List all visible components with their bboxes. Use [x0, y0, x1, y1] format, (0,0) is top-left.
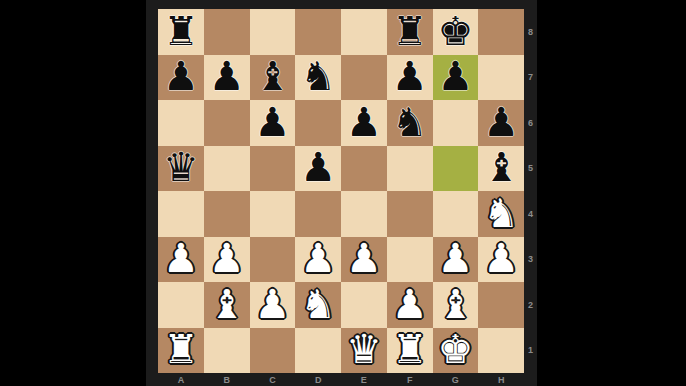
- square-b6[interactable]: [204, 100, 250, 146]
- square-c6[interactable]: ♟: [250, 100, 296, 146]
- file-label-h: H: [478, 373, 524, 386]
- rank-labels: 87654321: [524, 9, 537, 373]
- square-f8[interactable]: ♜: [387, 9, 433, 55]
- file-label-e: E: [341, 373, 387, 386]
- white-pawn: ♟: [209, 238, 245, 278]
- square-e1[interactable]: ♛: [341, 328, 387, 374]
- file-label-d: D: [295, 373, 341, 386]
- black-rook: ♜: [163, 11, 199, 51]
- square-e2[interactable]: [341, 282, 387, 328]
- square-f7[interactable]: ♟: [387, 55, 433, 101]
- file-labels: ABCDEFGH: [158, 373, 524, 386]
- black-queen: ♛: [163, 147, 199, 187]
- file-label-c: C: [250, 373, 296, 386]
- square-b3[interactable]: ♟: [204, 237, 250, 283]
- square-c8[interactable]: [250, 9, 296, 55]
- square-a3[interactable]: ♟: [158, 237, 204, 283]
- white-queen: ♛: [346, 329, 382, 369]
- square-h8[interactable]: [478, 9, 524, 55]
- square-c1[interactable]: [250, 328, 296, 374]
- square-g6[interactable]: [433, 100, 479, 146]
- square-g2[interactable]: ♝: [433, 282, 479, 328]
- rank-label-7: 7: [524, 55, 537, 101]
- square-b5[interactable]: [204, 146, 250, 192]
- square-d6[interactable]: [295, 100, 341, 146]
- rank-label-5: 5: [524, 146, 537, 192]
- black-pawn: ♟: [437, 56, 473, 96]
- square-d3[interactable]: ♟: [295, 237, 341, 283]
- square-f2[interactable]: ♟: [387, 282, 433, 328]
- white-knight: ♞: [300, 284, 336, 324]
- square-b7[interactable]: ♟: [204, 55, 250, 101]
- square-c3[interactable]: [250, 237, 296, 283]
- black-pawn: ♟: [483, 102, 519, 142]
- white-bishop: ♝: [209, 284, 245, 324]
- black-pawn: ♟: [209, 56, 245, 96]
- white-rook: ♜: [392, 329, 428, 369]
- square-f6[interactable]: ♞: [387, 100, 433, 146]
- white-pawn: ♟: [254, 284, 290, 324]
- square-f4[interactable]: [387, 191, 433, 237]
- white-pawn: ♟: [300, 238, 336, 278]
- white-pawn: ♟: [392, 284, 428, 324]
- square-d2[interactable]: ♞: [295, 282, 341, 328]
- rank-label-8: 8: [524, 9, 537, 55]
- square-h6[interactable]: ♟: [478, 100, 524, 146]
- black-pawn: ♟: [300, 147, 336, 187]
- chess-board: ♜♜♚♟♟♝♞♟♟♟♟♞♟♛♟♝♞♟♟♟♟♟♟♝♟♞♟♝♜♛♜♚: [158, 9, 524, 373]
- square-c2[interactable]: ♟: [250, 282, 296, 328]
- square-g5[interactable]: [433, 146, 479, 192]
- square-e6[interactable]: ♟: [341, 100, 387, 146]
- black-pawn: ♟: [392, 56, 428, 96]
- square-c5[interactable]: [250, 146, 296, 192]
- rank-label-4: 4: [524, 191, 537, 237]
- square-b8[interactable]: [204, 9, 250, 55]
- white-pawn: ♟: [163, 238, 199, 278]
- square-a1[interactable]: ♜: [158, 328, 204, 374]
- black-knight: ♞: [392, 102, 428, 142]
- black-pawn: ♟: [163, 56, 199, 96]
- square-d7[interactable]: ♞: [295, 55, 341, 101]
- square-a8[interactable]: ♜: [158, 9, 204, 55]
- square-h2[interactable]: [478, 282, 524, 328]
- square-f3[interactable]: [387, 237, 433, 283]
- rank-label-1: 1: [524, 328, 537, 374]
- square-e3[interactable]: ♟: [341, 237, 387, 283]
- square-e4[interactable]: [341, 191, 387, 237]
- white-pawn: ♟: [346, 238, 382, 278]
- black-pawn: ♟: [254, 102, 290, 142]
- file-label-f: F: [387, 373, 433, 386]
- white-rook: ♜: [163, 329, 199, 369]
- square-f5[interactable]: [387, 146, 433, 192]
- file-label-b: B: [204, 373, 250, 386]
- square-b4[interactable]: [204, 191, 250, 237]
- black-bishop: ♝: [254, 56, 290, 96]
- black-knight: ♞: [300, 56, 336, 96]
- square-f1[interactable]: ♜: [387, 328, 433, 374]
- white-pawn: ♟: [437, 238, 473, 278]
- chessboard-frame: ♜♜♚♟♟♝♞♟♟♟♟♞♟♛♟♝♞♟♟♟♟♟♟♝♟♞♟♝♜♛♜♚ 8765432…: [146, 0, 537, 386]
- square-d8[interactable]: [295, 9, 341, 55]
- square-a6[interactable]: [158, 100, 204, 146]
- square-h5[interactable]: ♝: [478, 146, 524, 192]
- black-king: ♚: [437, 11, 473, 51]
- square-a7[interactable]: ♟: [158, 55, 204, 101]
- square-e8[interactable]: [341, 9, 387, 55]
- black-rook: ♜: [392, 11, 428, 51]
- app-background: ♜♜♚♟♟♝♞♟♟♟♟♞♟♛♟♝♞♟♟♟♟♟♟♝♟♞♟♝♜♛♜♚ 8765432…: [0, 0, 686, 386]
- rank-label-2: 2: [524, 282, 537, 328]
- square-g3[interactable]: ♟: [433, 237, 479, 283]
- file-label-g: G: [433, 373, 479, 386]
- square-b2[interactable]: ♝: [204, 282, 250, 328]
- square-e5[interactable]: [341, 146, 387, 192]
- square-e7[interactable]: [341, 55, 387, 101]
- square-a4[interactable]: [158, 191, 204, 237]
- file-label-a: A: [158, 373, 204, 386]
- black-bishop: ♝: [483, 147, 519, 187]
- square-d5[interactable]: ♟: [295, 146, 341, 192]
- square-d1[interactable]: [295, 328, 341, 374]
- square-c7[interactable]: ♝: [250, 55, 296, 101]
- square-d4[interactable]: [295, 191, 341, 237]
- square-g8[interactable]: ♚: [433, 9, 479, 55]
- black-pawn: ♟: [346, 102, 382, 142]
- square-a2[interactable]: [158, 282, 204, 328]
- square-h3[interactable]: ♟: [478, 237, 524, 283]
- square-c4[interactable]: [250, 191, 296, 237]
- white-pawn: ♟: [483, 238, 519, 278]
- square-b1[interactable]: [204, 328, 250, 374]
- rank-label-6: 6: [524, 100, 537, 146]
- square-g4[interactable]: [433, 191, 479, 237]
- square-h1[interactable]: [478, 328, 524, 374]
- white-king: ♚: [437, 329, 473, 369]
- white-knight: ♞: [483, 193, 519, 233]
- square-a5[interactable]: ♛: [158, 146, 204, 192]
- square-g1[interactable]: ♚: [433, 328, 479, 374]
- square-h4[interactable]: ♞: [478, 191, 524, 237]
- white-bishop: ♝: [437, 284, 473, 324]
- square-g7[interactable]: ♟: [433, 55, 479, 101]
- rank-label-3: 3: [524, 237, 537, 283]
- square-h7[interactable]: [478, 55, 524, 101]
